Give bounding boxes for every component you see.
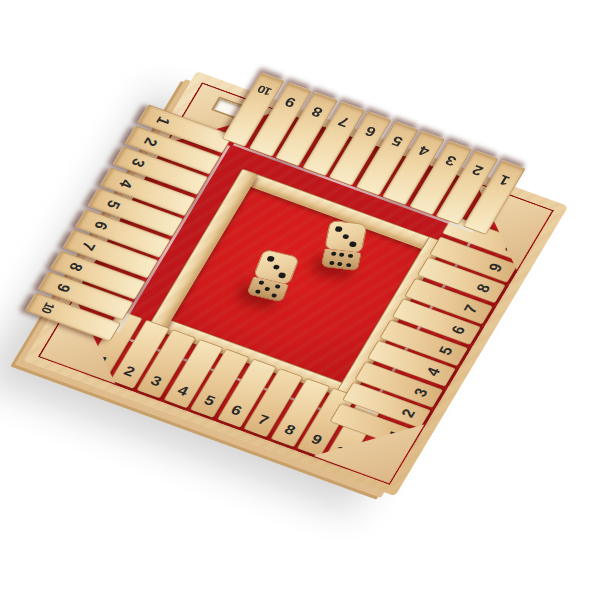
tile-number: 2: [114, 361, 144, 383]
tile-number: 9: [301, 429, 331, 451]
pip: [330, 252, 336, 256]
tile-number: 1: [489, 169, 519, 191]
tile-number: 5: [194, 390, 224, 412]
tile-number: 5: [382, 130, 412, 152]
tile-number: 6: [445, 318, 473, 342]
tile-number: 4: [168, 380, 198, 402]
tile-number: 10: [251, 81, 279, 100]
tile-number: 7: [457, 298, 485, 322]
shut-the-box-board: 1234567891012345678910123456789101234567…: [23, 71, 568, 496]
tile-number: 9: [49, 276, 77, 300]
board-3d-wrap: 1234567891012345678910123456789101234567…: [23, 71, 568, 496]
pip: [342, 234, 349, 240]
tile-number: 4: [409, 139, 439, 161]
tile-number: 4: [111, 172, 139, 196]
tile-number: 1: [148, 109, 176, 133]
tile-number: 2: [463, 159, 493, 181]
tile-number: 6: [221, 400, 251, 422]
tile-number: 6: [86, 213, 114, 237]
tile-number: 9: [482, 256, 510, 280]
tile-number: 5: [432, 339, 460, 363]
pip: [346, 263, 352, 267]
tile-number: 8: [470, 277, 498, 301]
tile-number: 3: [407, 381, 435, 405]
tile-number: 6: [356, 120, 386, 142]
tile-number: 7: [248, 409, 278, 431]
pip: [337, 262, 343, 266]
tile-number: 3: [124, 151, 152, 175]
tile-number: 2: [395, 402, 423, 426]
tile-number: 4: [420, 360, 448, 384]
tile-number: 10: [36, 297, 60, 319]
pip: [267, 255, 275, 261]
tile-number: 2: [136, 130, 164, 154]
tile-number: 7: [74, 234, 102, 258]
tile-number: 8: [61, 255, 89, 279]
tile-number: 8: [302, 101, 332, 123]
tile-number: 3: [141, 371, 171, 393]
tile-number: 9: [276, 91, 306, 113]
pip: [273, 264, 281, 270]
pip: [265, 286, 271, 291]
tile-number: 7: [329, 110, 359, 132]
pip: [258, 280, 264, 285]
product-photo-canvas: 1234567891012345678910123456789101234567…: [0, 0, 600, 600]
pip: [339, 253, 345, 257]
pip: [349, 241, 356, 247]
tile-number: 3: [436, 149, 466, 171]
pip: [335, 226, 342, 232]
pip: [275, 284, 281, 289]
pip: [329, 260, 335, 264]
pip: [272, 293, 278, 298]
pip: [348, 254, 354, 258]
pip: [279, 272, 287, 278]
tile-number: 8: [275, 419, 305, 441]
pip: [255, 289, 261, 294]
tile-number: 5: [99, 192, 127, 216]
